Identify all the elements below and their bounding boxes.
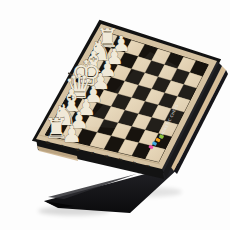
chess-set-product-photo: 87654321MAGNETIC CHESS♜♟♞♟♝♟♚♟♛♟♝♟♞♟♜♟ bbox=[0, 0, 230, 230]
white-pawn: ♟ bbox=[61, 121, 81, 147]
